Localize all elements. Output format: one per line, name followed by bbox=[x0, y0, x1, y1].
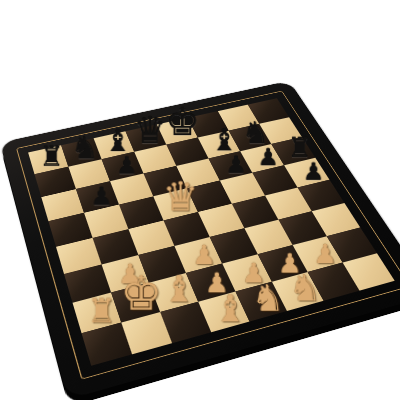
chess-board: ♜♞♝♛♚♟♝♞♟♟♟♜♛♟♟♟♜♚♝♟♟♟♟♝♞♞ bbox=[0, 81, 400, 400]
white-knight[interactable]: ♞ bbox=[248, 281, 288, 316]
white-pawn[interactable]: ♟ bbox=[185, 242, 223, 267]
white-pawn[interactable]: ♟ bbox=[306, 242, 344, 267]
white-queen[interactable]: ♛ bbox=[163, 178, 199, 216]
black-rook[interactable]: ♜ bbox=[34, 144, 68, 170]
black-queen[interactable]: ♛ bbox=[134, 113, 167, 148]
black-pawn[interactable]: ♟ bbox=[251, 146, 285, 169]
product-photo-scene: ♜♞♝♛♚♟♝♞♟♟♟♜♛♟♟♟♜♚♝♟♟♟♟♝♞♞ bbox=[0, 0, 400, 400]
square-a8[interactable]: ♜ bbox=[28, 145, 68, 174]
square-g4[interactable] bbox=[265, 188, 312, 220]
black-pawn[interactable]: ♟ bbox=[296, 160, 331, 183]
white-king[interactable]: ♚ bbox=[120, 272, 160, 317]
square-h4[interactable] bbox=[298, 180, 345, 211]
black-pawn[interactable]: ♟ bbox=[109, 154, 144, 177]
square-b6[interactable]: ♟ bbox=[76, 181, 119, 213]
square-b5[interactable] bbox=[84, 204, 128, 237]
black-knight[interactable]: ♞ bbox=[68, 133, 102, 163]
white-bishop[interactable]: ♝ bbox=[159, 271, 199, 306]
square-a2[interactable]: ♜ bbox=[73, 293, 122, 334]
black-pawn[interactable]: ♟ bbox=[219, 153, 254, 176]
white-knight[interactable]: ♞ bbox=[285, 271, 325, 306]
black-king[interactable]: ♚ bbox=[165, 104, 198, 141]
square-a6[interactable] bbox=[41, 189, 84, 221]
white-rook[interactable]: ♜ bbox=[81, 296, 122, 327]
black-pawn[interactable]: ♟ bbox=[84, 185, 120, 209]
white-bishop[interactable]: ♝ bbox=[210, 291, 251, 326]
